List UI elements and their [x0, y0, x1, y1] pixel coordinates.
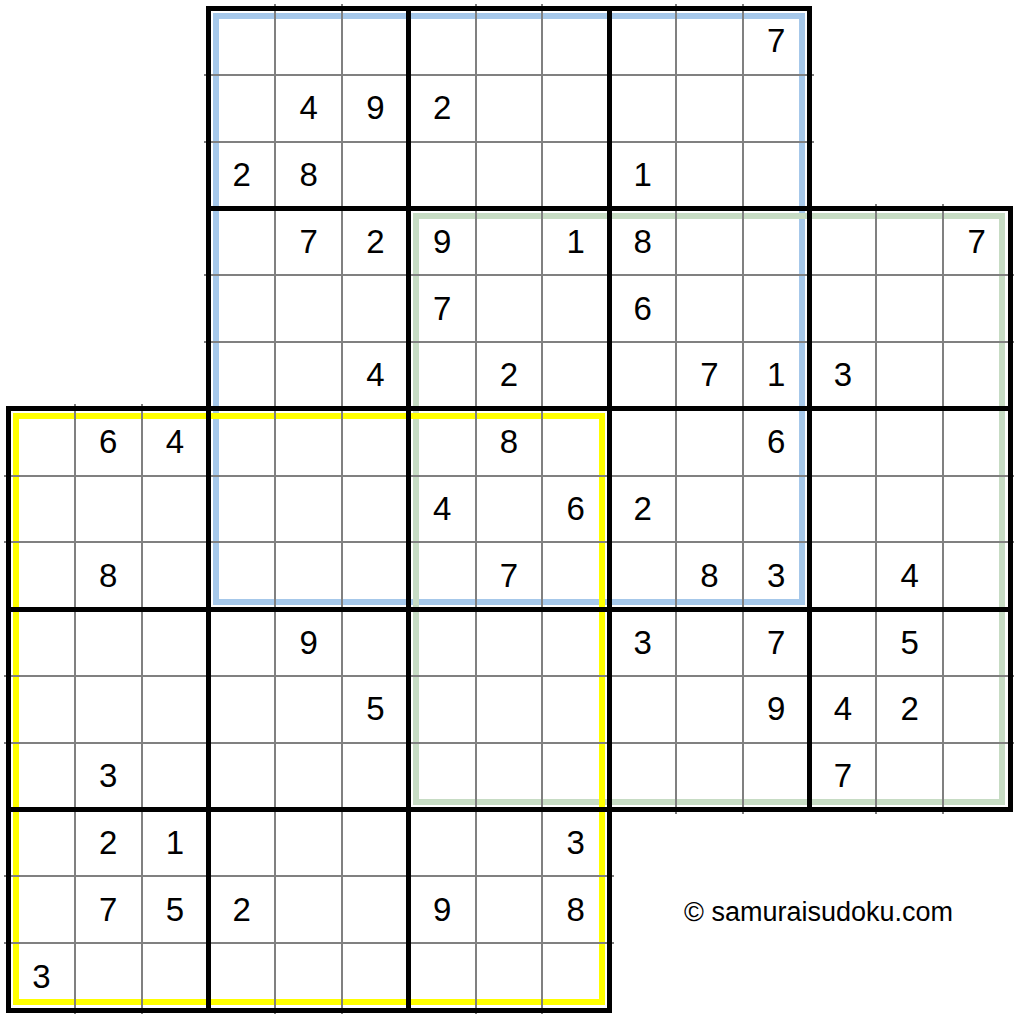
empty-cell-r6c4[interactable] — [275, 409, 342, 476]
empty-cell-r1c10[interactable] — [676, 75, 743, 142]
empty-cell-r1c11[interactable] — [743, 75, 810, 142]
empty-cell-r13c5[interactable] — [342, 876, 409, 943]
empty-cell-r9c10[interactable] — [676, 609, 743, 676]
empty-cell-r4c14[interactable] — [943, 275, 1010, 342]
empty-cell-r9c14[interactable] — [943, 609, 1010, 676]
empty-cell-r10c9[interactable] — [609, 676, 676, 743]
empty-cell-r12c0[interactable] — [8, 810, 75, 877]
empty-cell-r6c9[interactable] — [609, 409, 676, 476]
empty-cell-r11c7[interactable] — [476, 743, 543, 810]
outside-area — [943, 810, 1010, 877]
given-cell-r7c8: 6 — [542, 476, 609, 543]
empty-cell-r8c9[interactable] — [609, 542, 676, 609]
empty-cell-r10c2[interactable] — [142, 676, 209, 743]
empty-cell-r6c0[interactable] — [8, 409, 75, 476]
outside-area — [743, 943, 810, 1010]
given-cell-r9c11: 7 — [743, 609, 810, 676]
empty-cell-r5c8[interactable] — [542, 342, 609, 409]
outside-area — [142, 208, 209, 275]
empty-cell-r11c4[interactable] — [275, 743, 342, 810]
given-cell-r8c7: 7 — [476, 542, 543, 609]
empty-cell-r6c8[interactable] — [542, 409, 609, 476]
empty-cell-r7c5[interactable] — [342, 476, 409, 543]
empty-cell-r12c6[interactable] — [409, 810, 476, 877]
empty-cell-r14c3[interactable] — [208, 943, 275, 1010]
empty-cell-r7c11[interactable] — [743, 476, 810, 543]
empty-cell-r5c14[interactable] — [943, 342, 1010, 409]
given-cell-r12c8: 3 — [542, 810, 609, 877]
given-cell-r13c3: 2 — [208, 876, 275, 943]
outside-area — [943, 943, 1010, 1010]
outside-area — [75, 342, 142, 409]
empty-cell-r6c13[interactable] — [876, 409, 943, 476]
empty-cell-r12c5[interactable] — [342, 810, 409, 877]
empty-cell-r5c6[interactable] — [409, 342, 476, 409]
given-cell-r5c7: 2 — [476, 342, 543, 409]
given-cell-r9c9: 3 — [609, 609, 676, 676]
empty-cell-r6c5[interactable] — [342, 409, 409, 476]
empty-cell-r4c4[interactable] — [275, 275, 342, 342]
empty-cell-r11c6[interactable] — [409, 743, 476, 810]
empty-cell-r12c7[interactable] — [476, 810, 543, 877]
empty-cell-r9c7[interactable] — [476, 609, 543, 676]
given-cell-r5c5: 4 — [342, 342, 409, 409]
empty-cell-r4c5[interactable] — [342, 275, 409, 342]
given-cell-r12c1: 2 — [75, 810, 142, 877]
outside-area — [8, 142, 75, 209]
empty-cell-r7c12[interactable] — [810, 476, 877, 543]
empty-cell-r11c8[interactable] — [542, 743, 609, 810]
empty-cell-r3c3[interactable] — [208, 208, 275, 275]
empty-cell-r3c12[interactable] — [810, 208, 877, 275]
empty-cell-r4c3[interactable] — [208, 275, 275, 342]
outside-area — [8, 75, 75, 142]
empty-cell-r10c0[interactable] — [8, 676, 75, 743]
empty-cell-r4c13[interactable] — [876, 275, 943, 342]
empty-cell-r7c0[interactable] — [8, 476, 75, 543]
empty-cell-r6c14[interactable] — [943, 409, 1010, 476]
given-cell-r11c12: 7 — [810, 743, 877, 810]
empty-cell-r4c11[interactable] — [743, 275, 810, 342]
outside-area — [876, 75, 943, 142]
empty-cell-r11c3[interactable] — [208, 743, 275, 810]
outside-area — [609, 876, 676, 943]
empty-cell-r8c3[interactable] — [208, 542, 275, 609]
outside-area — [943, 8, 1010, 75]
outside-area — [8, 8, 75, 75]
empty-cell-r6c6[interactable] — [409, 409, 476, 476]
given-cell-r10c5: 5 — [342, 676, 409, 743]
given-cell-r11c1: 3 — [75, 743, 142, 810]
empty-cell-r5c9[interactable] — [609, 342, 676, 409]
empty-cell-r3c11[interactable] — [743, 208, 810, 275]
empty-cell-r7c2[interactable] — [142, 476, 209, 543]
empty-cell-r0c3[interactable] — [208, 8, 275, 75]
given-cell-r2c3: 2 — [208, 142, 275, 209]
empty-cell-r13c4[interactable] — [275, 876, 342, 943]
outside-area — [676, 943, 743, 1010]
outside-area — [876, 142, 943, 209]
empty-cell-r11c2[interactable] — [142, 743, 209, 810]
outside-area — [75, 75, 142, 142]
empty-cell-r9c1[interactable] — [75, 609, 142, 676]
given-cell-r9c13: 5 — [876, 609, 943, 676]
empty-cell-r5c13[interactable] — [876, 342, 943, 409]
given-cell-r10c11: 9 — [743, 676, 810, 743]
outside-area — [676, 810, 743, 877]
empty-cell-r14c5[interactable] — [342, 943, 409, 1010]
empty-cell-r6c3[interactable] — [208, 409, 275, 476]
empty-cell-r1c9[interactable] — [609, 75, 676, 142]
outside-area — [8, 275, 75, 342]
given-cell-r8c11: 3 — [743, 542, 810, 609]
outside-area — [142, 342, 209, 409]
empty-cell-r10c14[interactable] — [943, 676, 1010, 743]
given-cell-r9c4: 9 — [275, 609, 342, 676]
empty-cell-r8c6[interactable] — [409, 542, 476, 609]
empty-cell-r10c3[interactable] — [208, 676, 275, 743]
empty-cell-r14c7[interactable] — [476, 943, 543, 1010]
empty-cell-r8c4[interactable] — [275, 542, 342, 609]
outside-area — [75, 208, 142, 275]
empty-cell-r3c7[interactable] — [476, 208, 543, 275]
empty-cell-r6c12[interactable] — [810, 409, 877, 476]
given-cell-r10c12: 4 — [810, 676, 877, 743]
empty-cell-r7c13[interactable] — [876, 476, 943, 543]
given-cell-r1c4: 4 — [275, 75, 342, 142]
outside-area — [75, 142, 142, 209]
outside-area — [142, 8, 209, 75]
empty-cell-r11c14[interactable] — [943, 743, 1010, 810]
empty-cell-r8c8[interactable] — [542, 542, 609, 609]
empty-cell-r7c7[interactable] — [476, 476, 543, 543]
outside-area — [8, 208, 75, 275]
empty-cell-r0c5[interactable] — [342, 8, 409, 75]
empty-cell-r14c2[interactable] — [142, 943, 209, 1010]
given-cell-r7c9: 2 — [609, 476, 676, 543]
given-cell-r0c11: 7 — [743, 8, 810, 75]
empty-cell-r2c6[interactable] — [409, 142, 476, 209]
outside-area — [810, 943, 877, 1010]
given-cell-r3c5: 2 — [342, 208, 409, 275]
empty-cell-r6c10[interactable] — [676, 409, 743, 476]
empty-cell-r9c2[interactable] — [142, 609, 209, 676]
empty-cell-r7c3[interactable] — [208, 476, 275, 543]
given-cell-r5c10: 7 — [676, 342, 743, 409]
empty-cell-r0c9[interactable] — [609, 8, 676, 75]
empty-cell-r7c4[interactable] — [275, 476, 342, 543]
empty-cell-r0c10[interactable] — [676, 8, 743, 75]
empty-cell-r5c3[interactable] — [208, 342, 275, 409]
samurai-sudoku-board: 7492281729187764271364864628783493755942… — [0, 0, 1025, 1035]
empty-cell-r10c1[interactable] — [75, 676, 142, 743]
empty-cell-r9c12[interactable] — [810, 609, 877, 676]
outside-area — [943, 142, 1010, 209]
empty-cell-r8c5[interactable] — [342, 542, 409, 609]
given-cell-r6c7: 8 — [476, 409, 543, 476]
outside-area — [810, 810, 877, 877]
given-cell-r10c13: 2 — [876, 676, 943, 743]
outside-area — [810, 8, 877, 75]
empty-cell-r7c1[interactable] — [75, 476, 142, 543]
given-cell-r4c6: 7 — [409, 275, 476, 342]
empty-cell-r13c0[interactable] — [8, 876, 75, 943]
empty-cell-r8c0[interactable] — [8, 542, 75, 609]
given-cell-r13c1: 7 — [75, 876, 142, 943]
outside-area — [810, 142, 877, 209]
empty-cell-r10c7[interactable] — [476, 676, 543, 743]
outside-area — [943, 75, 1010, 142]
empty-cell-r4c7[interactable] — [476, 275, 543, 342]
empty-cell-r4c10[interactable] — [676, 275, 743, 342]
empty-cell-r9c8[interactable] — [542, 609, 609, 676]
empty-cell-r11c5[interactable] — [342, 743, 409, 810]
given-cell-r3c14: 7 — [943, 208, 1010, 275]
empty-cell-r8c2[interactable] — [142, 542, 209, 609]
given-cell-r2c9: 1 — [609, 142, 676, 209]
given-cell-r14c0: 3 — [8, 943, 75, 1010]
given-cell-r5c11: 1 — [743, 342, 810, 409]
empty-cell-r3c13[interactable] — [876, 208, 943, 275]
given-cell-r8c13: 4 — [876, 542, 943, 609]
given-cell-r2c4: 8 — [275, 142, 342, 209]
given-cell-r6c11: 6 — [743, 409, 810, 476]
empty-cell-r4c8[interactable] — [542, 275, 609, 342]
outside-area — [142, 275, 209, 342]
empty-cell-r3c10[interactable] — [676, 208, 743, 275]
empty-cell-r10c8[interactable] — [542, 676, 609, 743]
given-cell-r3c6: 9 — [409, 208, 476, 275]
empty-cell-r0c7[interactable] — [476, 8, 543, 75]
given-cell-r5c12: 3 — [810, 342, 877, 409]
outside-area — [743, 810, 810, 877]
empty-cell-r14c1[interactable] — [75, 943, 142, 1010]
given-cell-r1c5: 9 — [342, 75, 409, 142]
empty-cell-r13c7[interactable] — [476, 876, 543, 943]
empty-cell-r2c8[interactable] — [542, 142, 609, 209]
outside-area — [75, 275, 142, 342]
given-cell-r3c9: 8 — [609, 208, 676, 275]
empty-cell-r9c0[interactable] — [8, 609, 75, 676]
empty-cell-r8c12[interactable] — [810, 542, 877, 609]
given-cell-r13c8: 8 — [542, 876, 609, 943]
empty-cell-r1c3[interactable] — [208, 75, 275, 142]
empty-cell-r7c14[interactable] — [943, 476, 1010, 543]
copyright-text: © samuraisudoku.com — [684, 897, 953, 928]
cell-grid-15x15: 7492281729187764271364864628783493755942… — [8, 8, 1010, 1010]
given-cell-r3c4: 7 — [275, 208, 342, 275]
outside-area — [609, 943, 676, 1010]
empty-cell-r12c3[interactable] — [208, 810, 275, 877]
empty-cell-r10c10[interactable] — [676, 676, 743, 743]
empty-cell-r2c11[interactable] — [743, 142, 810, 209]
empty-cell-r9c3[interactable] — [208, 609, 275, 676]
empty-cell-r10c6[interactable] — [409, 676, 476, 743]
empty-cell-r5c4[interactable] — [275, 342, 342, 409]
outside-area — [810, 75, 877, 142]
empty-cell-r9c6[interactable] — [409, 609, 476, 676]
empty-cell-r14c4[interactable] — [275, 943, 342, 1010]
empty-cell-r0c4[interactable] — [275, 8, 342, 75]
empty-cell-r1c8[interactable] — [542, 75, 609, 142]
given-cell-r6c1: 6 — [75, 409, 142, 476]
given-cell-r3c8: 1 — [542, 208, 609, 275]
given-cell-r6c2: 4 — [142, 409, 209, 476]
empty-cell-r2c10[interactable] — [676, 142, 743, 209]
empty-cell-r10c4[interactable] — [275, 676, 342, 743]
empty-cell-r11c11[interactable] — [743, 743, 810, 810]
given-cell-r4c9: 6 — [609, 275, 676, 342]
empty-cell-r1c7[interactable] — [476, 75, 543, 142]
empty-cell-r11c10[interactable] — [676, 743, 743, 810]
empty-cell-r4c12[interactable] — [810, 275, 877, 342]
given-cell-r13c6: 9 — [409, 876, 476, 943]
outside-area — [876, 943, 943, 1010]
outside-area — [142, 75, 209, 142]
empty-cell-r11c0[interactable] — [8, 743, 75, 810]
empty-cell-r14c8[interactable] — [542, 943, 609, 1010]
empty-cell-r11c13[interactable] — [876, 743, 943, 810]
empty-cell-r14c6[interactable] — [409, 943, 476, 1010]
empty-cell-r2c5[interactable] — [342, 142, 409, 209]
outside-area — [876, 8, 943, 75]
empty-cell-r7c10[interactable] — [676, 476, 743, 543]
given-cell-r8c10: 8 — [676, 542, 743, 609]
given-cell-r13c2: 5 — [142, 876, 209, 943]
outside-area — [876, 810, 943, 877]
empty-cell-r11c9[interactable] — [609, 743, 676, 810]
given-cell-r12c2: 1 — [142, 810, 209, 877]
empty-cell-r2c7[interactable] — [476, 142, 543, 209]
outside-area — [8, 342, 75, 409]
outside-area — [142, 142, 209, 209]
outside-area — [75, 8, 142, 75]
empty-cell-r9c5[interactable] — [342, 609, 409, 676]
outside-area — [609, 810, 676, 877]
given-cell-r8c1: 8 — [75, 542, 142, 609]
empty-cell-r0c6[interactable] — [409, 8, 476, 75]
given-cell-r7c6: 4 — [409, 476, 476, 543]
empty-cell-r8c14[interactable] — [943, 542, 1010, 609]
outside-area — [943, 876, 1010, 943]
empty-cell-r0c8[interactable] — [542, 8, 609, 75]
empty-cell-r12c4[interactable] — [275, 810, 342, 877]
given-cell-r1c6: 2 — [409, 75, 476, 142]
